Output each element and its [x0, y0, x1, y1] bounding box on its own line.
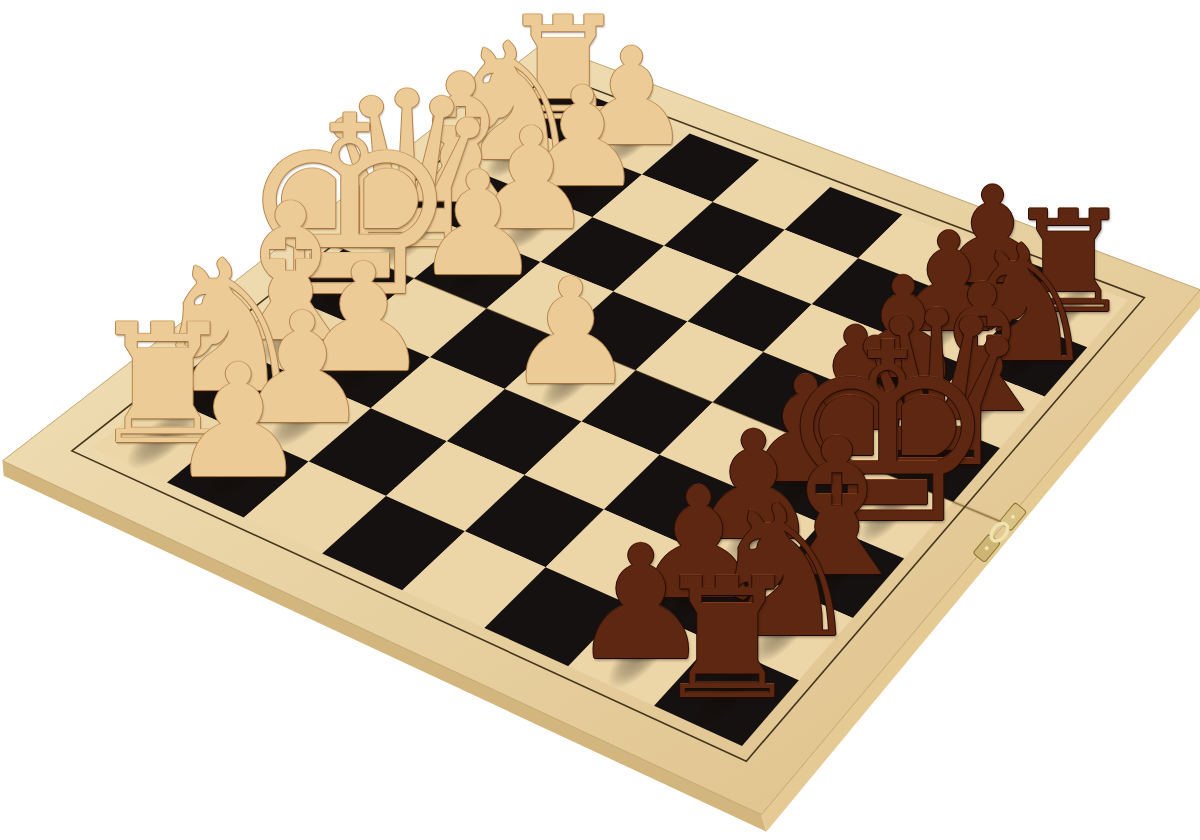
chess-board: [0, 0, 1200, 840]
chess-set-photo: ♜♟♞♟♝♟♛♟♟♚♜♟♝♞♟♟♟♞♝♟♟♜♛♟♟♚♟♝♟♞♟♜: [0, 0, 1200, 840]
